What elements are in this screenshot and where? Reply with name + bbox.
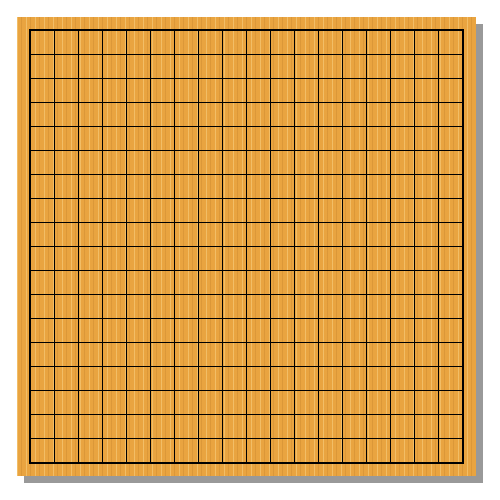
goban[interactable]: [17, 17, 476, 476]
board-grid[interactable]: [30, 30, 463, 463]
go-board-screen: [0, 0, 500, 500]
